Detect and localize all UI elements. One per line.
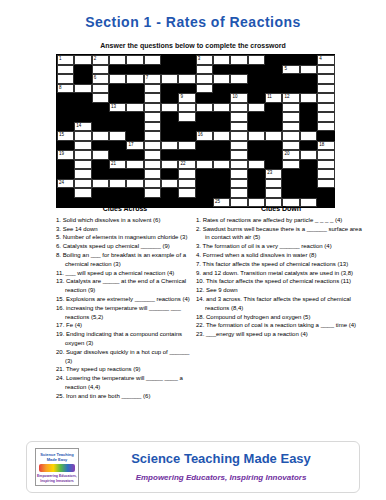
grid-cell[interactable]: [178, 141, 195, 151]
footer-tagline: Empowering Educators, Inspiring Innovato…: [87, 473, 355, 482]
grid-cell[interactable]: [282, 131, 299, 141]
grid-cell-black: [213, 93, 230, 103]
page-subtitle: Answer the questions below to complete t…: [0, 42, 386, 49]
grid-cell-black: [317, 188, 334, 198]
grid-cell[interactable]: [317, 65, 334, 75]
grid-cell-black: [178, 122, 195, 132]
clue-number: 13: [111, 104, 116, 109]
grid-cell[interactable]: [109, 55, 126, 65]
grid-cell-black: [265, 112, 282, 122]
clue-number: 11: [267, 94, 272, 99]
clue-number: 10: [232, 94, 237, 99]
grid-cell[interactable]: [317, 179, 334, 189]
grid-cell-black: [161, 65, 178, 75]
grid-cell-black: [57, 169, 74, 179]
clue-item: 3. See 14 down: [56, 225, 194, 234]
clue-number: 2: [94, 56, 97, 61]
grid-cell-black: [196, 112, 213, 122]
grid-cell[interactable]: 14: [74, 122, 91, 132]
grid-cell[interactable]: [282, 112, 299, 122]
grid-cell[interactable]: [196, 84, 213, 94]
grid-cell-black: [109, 188, 126, 198]
clue-number: 9: [180, 94, 183, 99]
grid-cell-black: [300, 141, 317, 151]
grid-cell-black: [178, 55, 195, 65]
grid-cell[interactable]: [126, 160, 143, 170]
grid-cell-black: [213, 188, 230, 198]
grid-cell[interactable]: [213, 55, 230, 65]
clue-item: 1. Rates of reactions are affected by pa…: [196, 216, 366, 225]
grid-cell[interactable]: [144, 55, 161, 65]
grid-cell-black: [109, 93, 126, 103]
grid-cell-black: [161, 169, 178, 179]
grid-cell[interactable]: [74, 84, 91, 94]
grid-cell[interactable]: [92, 131, 109, 141]
grid-cell[interactable]: [144, 160, 161, 170]
grid-cell[interactable]: 6: [92, 74, 109, 84]
grid-cell[interactable]: [178, 103, 195, 113]
grid-cell-black: [213, 84, 230, 94]
grid-cell[interactable]: [265, 131, 282, 141]
grid-cell-black: [300, 84, 317, 94]
clue-item: 20. Sugar dissolves quickly in a hot cup…: [56, 348, 194, 366]
grid-cell-black: [282, 84, 299, 94]
grid-cell[interactable]: [126, 74, 143, 84]
grid-cell[interactable]: [230, 131, 247, 141]
grid-cell-black: [196, 179, 213, 189]
clue-number: 17: [128, 142, 133, 147]
grid-cell-black: [126, 131, 143, 141]
grid-cell-black: [57, 93, 74, 103]
grid-cell-black: [92, 103, 109, 113]
grid-cell-black: [126, 150, 143, 160]
grid-cell-black: [57, 141, 74, 151]
grid-cell[interactable]: [144, 169, 161, 179]
grid-cell-black: [109, 65, 126, 75]
grid-cell[interactable]: [74, 131, 91, 141]
grid-cell-black: [248, 122, 265, 132]
grid-cell[interactable]: [144, 150, 161, 160]
grid-cell-black: [126, 122, 143, 132]
clue-item: 25. Iron and tin are both ______ (6): [56, 392, 194, 401]
grid-cell[interactable]: [213, 74, 230, 84]
grid-cell[interactable]: [92, 179, 109, 189]
grid-cell-black: [92, 112, 109, 122]
grid-cell[interactable]: [300, 65, 317, 75]
grid-cell[interactable]: [230, 169, 247, 179]
grid-cell-black: [178, 150, 195, 160]
grid-cell[interactable]: [196, 160, 213, 170]
grid-cell-black: [213, 169, 230, 179]
clue-item: 23. ___energy will speed up a reaction (…: [196, 330, 366, 339]
grid-cell-black: [178, 65, 195, 75]
grid-cell[interactable]: [126, 179, 143, 189]
grid-cell[interactable]: [300, 150, 317, 160]
grid-cell-black: [265, 150, 282, 160]
grid-cell-black: [300, 169, 317, 179]
grid-cell[interactable]: 13: [109, 103, 126, 113]
grid-cell-black: [213, 122, 230, 132]
grid-cell-black: [196, 122, 213, 132]
grid-cell[interactable]: [178, 169, 195, 179]
grid-cell-black: [230, 84, 247, 94]
grid-cell-black: [74, 112, 91, 122]
grid-cell-black: [161, 55, 178, 65]
clue-number: 6: [94, 75, 97, 80]
grid-cell-black: [213, 179, 230, 189]
clue-number: 7: [146, 75, 149, 80]
clue-number: 19: [59, 151, 64, 156]
clue-number: 25: [215, 199, 220, 204]
grid-cell[interactable]: [161, 103, 178, 113]
grid-cell[interactable]: [144, 131, 161, 141]
grid-cell-black: [213, 112, 230, 122]
grid-cell-black: [300, 179, 317, 189]
clue-number: 22: [180, 161, 185, 166]
grid-cell-black: [144, 65, 161, 75]
grid-cell-black: [196, 141, 213, 151]
clue-item: 6. Catalysts speed up chemical ______ (9…: [56, 242, 194, 251]
grid-cell[interactable]: [178, 74, 195, 84]
grid-cell[interactable]: [317, 160, 334, 170]
grid-cell-black: [92, 122, 109, 132]
grid-cell-black: [213, 65, 230, 75]
grid-cell[interactable]: [230, 141, 247, 151]
crossword-grid: 1234567891011121314151617181920212223242…: [56, 54, 335, 208]
clues-down-list: 1. Rates of reactions are affected by pa…: [196, 216, 366, 339]
clue-item: 15. Explosions are extremely ______ reac…: [56, 295, 194, 304]
grid-cell-black: [74, 65, 91, 75]
clue-item: 9. and 12 down. Transition metal catalys…: [196, 269, 366, 278]
grid-cell[interactable]: 23: [265, 169, 282, 179]
grid-cell[interactable]: [74, 169, 91, 179]
grid-cell-black: [248, 65, 265, 75]
clue-number: 12: [284, 94, 289, 99]
clue-item: 7. This factor affects the speed of chem…: [196, 260, 366, 269]
grid-cell[interactable]: 22: [178, 160, 195, 170]
grid-cell[interactable]: 2: [92, 55, 109, 65]
grid-cell-black: [161, 122, 178, 132]
clue-item: 18. Compound of hydrogen and oxygen (5): [196, 313, 366, 322]
grid-cell-black: [282, 55, 299, 65]
grid-cell[interactable]: 8: [57, 84, 74, 94]
grid-cell[interactable]: 16: [196, 131, 213, 141]
clue-item: 24. Lowering the temperature will _____ …: [56, 374, 194, 392]
grid-cell[interactable]: [317, 103, 334, 113]
grid-cell[interactable]: [230, 188, 247, 198]
grid-cell-black: [300, 122, 317, 132]
grid-cell[interactable]: [265, 188, 282, 198]
clues-across-header: Clues Across: [56, 205, 194, 214]
grid-cell[interactable]: [74, 179, 91, 189]
grid-cell[interactable]: [230, 112, 247, 122]
grid-cell[interactable]: [248, 160, 265, 170]
grid-cell-black: [178, 131, 195, 141]
grid-cell-black: [248, 169, 265, 179]
grid-cell[interactable]: [178, 112, 195, 122]
clue-item: 17. Fe (4): [56, 321, 194, 330]
grid-cell[interactable]: [109, 131, 126, 141]
grid-cell-black: [57, 160, 74, 170]
clues-across-list: 1. Solid which dissolves in a solvent (6…: [56, 216, 194, 401]
grid-cell-black: [282, 188, 299, 198]
grid-cell-black: [161, 131, 178, 141]
grid-cell[interactable]: [161, 141, 178, 151]
grid-cell[interactable]: 18: [317, 141, 334, 151]
grid-cell-black: [126, 169, 143, 179]
clue-item: 10. This factor affects the speed of che…: [196, 277, 366, 286]
clue-item: 19. Ending indicating that a compound co…: [56, 330, 194, 348]
grid-cell[interactable]: 4: [317, 55, 334, 65]
clue-number: 18: [319, 142, 324, 147]
grid-cell-black: [92, 141, 109, 151]
grid-cell[interactable]: [161, 179, 178, 189]
grid-cell[interactable]: [74, 55, 91, 65]
grid-cell[interactable]: [196, 74, 213, 84]
clue-number: 24: [59, 180, 64, 185]
logo-subtext: Empowering Educators, Inspiring Innovato…: [36, 474, 78, 483]
grid-cell[interactable]: [144, 93, 161, 103]
grid-cell-black: [161, 93, 178, 103]
grid-cell[interactable]: [161, 74, 178, 84]
page-title: Section 1 - Rates of Reactions: [0, 14, 386, 30]
grid-cell-black: [248, 112, 265, 122]
grid-cell[interactable]: [317, 74, 334, 84]
clue-number: 5: [284, 66, 287, 71]
grid-cell-black: [92, 160, 109, 170]
grid-cell-black: [109, 141, 126, 151]
grid-cell-black: [248, 188, 265, 198]
grid-cell[interactable]: [282, 141, 299, 151]
grid-cell[interactable]: [74, 188, 91, 198]
clue-item: 4. Formed when a solid dissolves in wate…: [196, 251, 366, 260]
grid-cell-black: [248, 84, 265, 94]
grid-cell[interactable]: [248, 103, 265, 113]
grid-cell-black: [317, 131, 334, 141]
clue-number: 21: [111, 161, 116, 166]
grid-cell[interactable]: 9: [178, 93, 195, 103]
grid-cell-black: [57, 112, 74, 122]
grid-cell[interactable]: [57, 74, 74, 84]
grid-cell[interactable]: [282, 160, 299, 170]
grid-cell[interactable]: [74, 150, 91, 160]
grid-cell-black: [196, 188, 213, 198]
brand-logo: Science Teaching Made Easy Empowering Ed…: [35, 448, 79, 486]
grid-cell[interactable]: [213, 103, 230, 113]
grid-cell[interactable]: [317, 169, 334, 179]
grid-cell[interactable]: 19: [57, 150, 74, 160]
grid-cell[interactable]: 10: [230, 93, 247, 103]
grid-cell-black: [74, 103, 91, 113]
clue-item: 3. The formation of oil is a very ______…: [196, 242, 366, 251]
clue-item: 2. Sawdust burns well because there is a…: [196, 225, 366, 243]
grid-cell-black: [265, 65, 282, 75]
grid-cell[interactable]: [230, 122, 247, 132]
grid-cell-black: [161, 84, 178, 94]
logo-text: Science Teaching Made Easy: [36, 452, 78, 462]
grid-cell[interactable]: [317, 84, 334, 94]
clue-number: 3: [198, 56, 201, 61]
clue-number: 8: [59, 85, 62, 90]
grid-cell[interactable]: 12: [282, 93, 299, 103]
clue-item: 22. The formation of coal is a reaction …: [196, 321, 366, 330]
clue-number: 16: [198, 132, 203, 137]
grid-cell[interactable]: [92, 65, 109, 75]
grid-cell[interactable]: 17: [126, 141, 143, 151]
grid-cell-black: [92, 188, 109, 198]
grid-cell[interactable]: [144, 103, 161, 113]
clue-item: 14. and 3 across. This factor affects th…: [196, 295, 366, 313]
grid-cell-black: [74, 74, 91, 84]
grid-cell[interactable]: [144, 84, 161, 94]
grid-cell-black: [265, 55, 282, 65]
grid-cell-black: [230, 65, 247, 75]
grid-cell[interactable]: [317, 122, 334, 132]
grid-cell[interactable]: [178, 179, 195, 189]
clue-number: 14: [76, 123, 81, 128]
grid-cell[interactable]: [248, 55, 265, 65]
clue-item: 5. Number of elements in magnesium chlor…: [56, 233, 194, 242]
grid-cell[interactable]: 24: [57, 179, 74, 189]
grid-cell-black: [126, 112, 143, 122]
grid-cell-black: [248, 150, 265, 160]
grid-cell-black: [265, 141, 282, 151]
grid-cell-black: [248, 93, 265, 103]
grid-cell-black: [300, 103, 317, 113]
grid-cell[interactable]: [92, 93, 109, 103]
grid-cell-black: [126, 188, 143, 198]
grid-cell[interactable]: [300, 131, 317, 141]
grid-cell-black: [109, 84, 126, 94]
grid-cell[interactable]: 1: [57, 55, 74, 65]
grid-cell-black: [213, 150, 230, 160]
grid-cell-black: [109, 112, 126, 122]
grid-cell[interactable]: [57, 65, 74, 75]
clue-number: 1: [59, 56, 62, 61]
grid-cell[interactable]: [126, 103, 143, 113]
grid-cell[interactable]: [317, 150, 334, 160]
grid-cell[interactable]: [109, 74, 126, 84]
grid-cell-black: [161, 150, 178, 160]
grid-cell-black: [282, 169, 299, 179]
grid-cell-black: [300, 112, 317, 122]
grid-cell[interactable]: [92, 84, 109, 94]
grid-cell-black: [282, 179, 299, 189]
grid-cell[interactable]: [282, 103, 299, 113]
grid-cell-black: [248, 179, 265, 189]
grid-cell[interactable]: [230, 150, 247, 160]
grid-cell[interactable]: [109, 179, 126, 189]
grid-cell-black: [300, 74, 317, 84]
clue-item: 11. ___ will speed up a chemical reactio…: [56, 269, 194, 278]
grid-cell[interactable]: [126, 55, 143, 65]
clue-number: 4: [319, 56, 322, 61]
grid-cell-black: [265, 84, 282, 94]
clue-number: 23: [267, 170, 272, 175]
clue-number: 20: [284, 151, 289, 156]
grid-cell-black: [265, 160, 282, 170]
clue-item: 21. They speed up reactions (9): [56, 365, 194, 374]
grid-cell[interactable]: [230, 103, 247, 113]
grid-cell[interactable]: 5: [282, 65, 299, 75]
footer-banner: Science Teaching Made Easy Empowering Ed…: [26, 441, 360, 493]
grid-cell[interactable]: [317, 93, 334, 103]
grid-cell[interactable]: [230, 55, 247, 65]
grid-cell-black: [282, 74, 299, 84]
grid-cell[interactable]: 15: [57, 131, 74, 141]
clue-item: 16. increasing the temperature will ____…: [56, 304, 194, 322]
grid-cell-black: [126, 65, 143, 75]
grid-cell[interactable]: 21: [109, 160, 126, 170]
grid-cell-black: [161, 188, 178, 198]
clue-item: 8. Boiling an ___ for breakfast is an ex…: [56, 251, 194, 269]
grid-cell[interactable]: [161, 160, 178, 170]
grid-cell-black: [57, 188, 74, 198]
grid-cell[interactable]: [144, 112, 161, 122]
grid-cell[interactable]: [265, 179, 282, 189]
grid-cell[interactable]: [282, 122, 299, 132]
grid-cell[interactable]: [248, 131, 265, 141]
grid-cell[interactable]: [317, 112, 334, 122]
grid-cell-black: [74, 93, 91, 103]
grid-cell[interactable]: [196, 103, 213, 113]
grid-cell[interactable]: [178, 188, 195, 198]
grid-cell[interactable]: 11: [265, 93, 282, 103]
grid-cell[interactable]: 20: [282, 150, 299, 160]
grid-cell[interactable]: [213, 131, 230, 141]
grid-cell[interactable]: 7: [144, 74, 161, 84]
grid-cell-black: [265, 103, 282, 113]
grid-cell[interactable]: [144, 122, 161, 132]
logo-color-bar: [39, 464, 75, 472]
grid-cell-black: [109, 169, 126, 179]
grid-cell-black: [265, 122, 282, 132]
clues-across-section: Clues Across 1. Solid which dissolves in…: [56, 205, 194, 401]
grid-cell-black: [178, 84, 195, 94]
clues-down-header: Clues Down: [196, 205, 366, 214]
grid-cell-black: [196, 150, 213, 160]
grid-cell-black: [213, 141, 230, 151]
grid-cell[interactable]: [74, 160, 91, 170]
grid-cell[interactable]: [144, 188, 161, 198]
clues-down-section: Clues Down 1. Rates of reactions are aff…: [196, 205, 366, 339]
grid-cell-black: [300, 188, 317, 198]
clue-item: 1. Solid which dissolves in a solvent (6…: [56, 216, 194, 225]
grid-cell[interactable]: [230, 74, 247, 84]
grid-cell[interactable]: [196, 65, 213, 75]
grid-cell-black: [248, 141, 265, 151]
grid-cell[interactable]: [144, 179, 161, 189]
grid-cell[interactable]: [213, 160, 230, 170]
grid-cell-black: [92, 169, 109, 179]
grid-cell-black: [57, 122, 74, 132]
grid-cell-black: [196, 93, 213, 103]
grid-cell-black: [161, 112, 178, 122]
grid-cell-black: [109, 150, 126, 160]
grid-cell[interactable]: [74, 141, 91, 151]
grid-cell[interactable]: [300, 93, 317, 103]
grid-cell[interactable]: [92, 150, 109, 160]
grid-cell[interactable]: [230, 160, 247, 170]
worksheet-page: Section 1 - Rates of Reactions Answer th…: [0, 0, 386, 500]
grid-cell[interactable]: [144, 141, 161, 151]
footer-title: Science Teaching Made Easy: [87, 451, 355, 466]
grid-cell-black: [300, 160, 317, 170]
grid-cell[interactable]: [230, 179, 247, 189]
grid-cell-black: [126, 84, 143, 94]
grid-cell[interactable]: 3: [196, 55, 213, 65]
grid-cell-black: [196, 169, 213, 179]
